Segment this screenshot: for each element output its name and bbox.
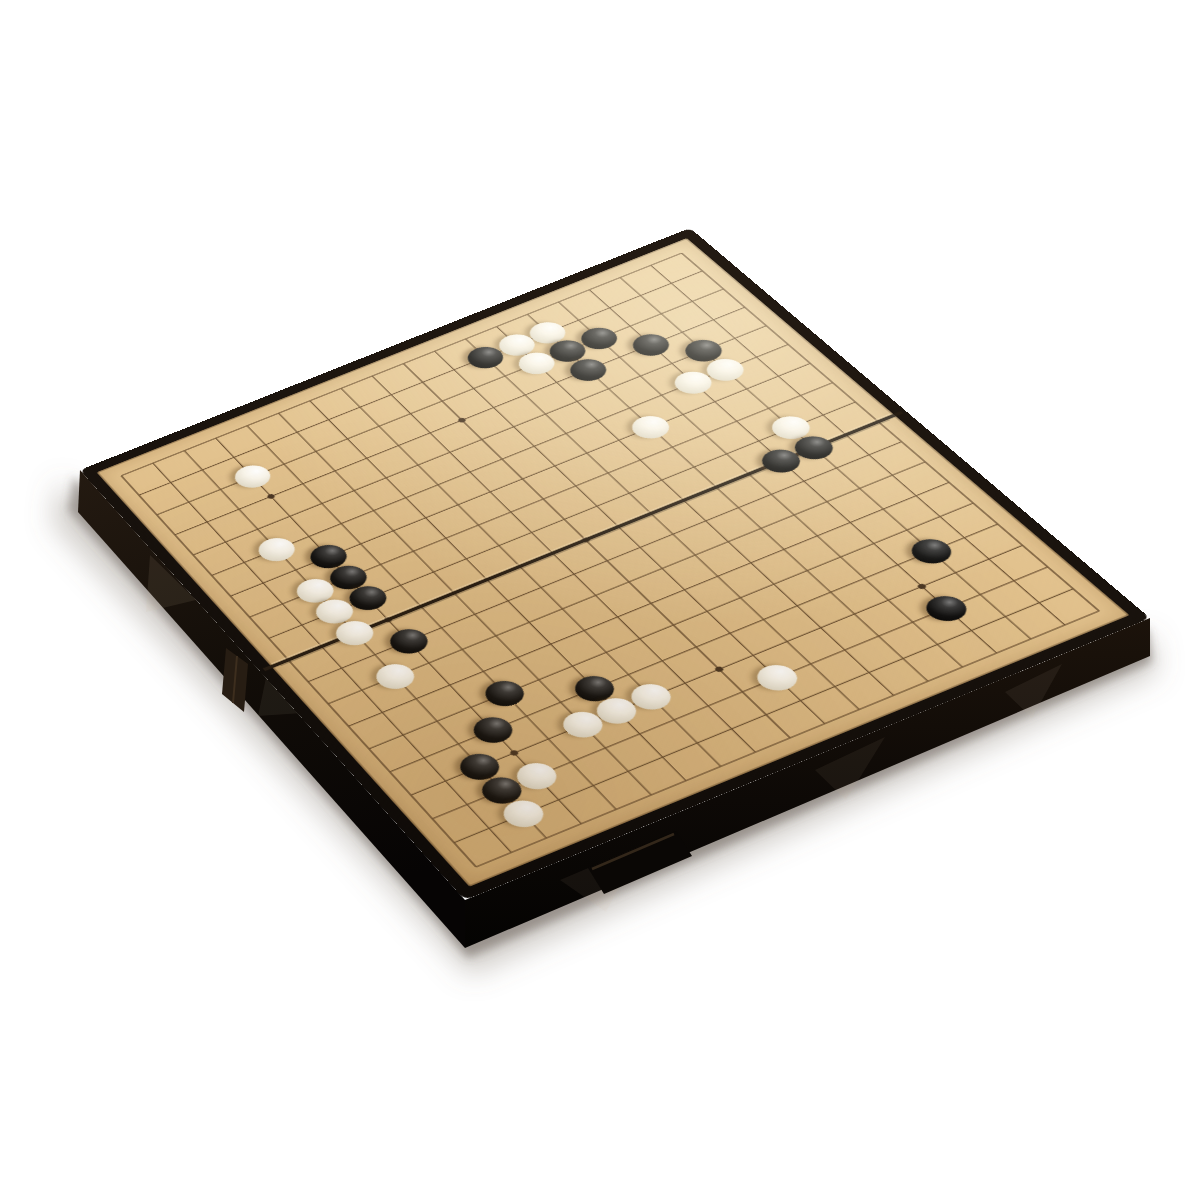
stone-black[interactable] — [383, 624, 434, 658]
stone-white[interactable] — [749, 660, 804, 695]
stone-white[interactable] — [626, 412, 677, 443]
stone-black[interactable] — [466, 713, 519, 748]
stone-white[interactable] — [370, 660, 422, 694]
stone-white[interactable] — [252, 534, 301, 566]
photo-stage — [0, 0, 1200, 1200]
stone-black[interactable] — [478, 676, 531, 711]
stone-black[interactable] — [626, 330, 676, 360]
stone-black[interactable] — [904, 535, 959, 568]
stone-white[interactable] — [228, 461, 276, 492]
stone-black[interactable] — [919, 591, 975, 625]
